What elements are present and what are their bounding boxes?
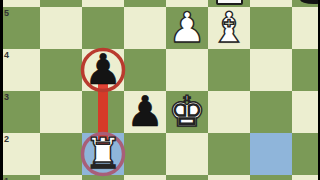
square-g1[interactable]: [250, 175, 292, 180]
square-b1[interactable]: [40, 175, 82, 180]
white-pawn-e5[interactable]: ♟: [166, 7, 208, 49]
rank-label-5: 5: [4, 8, 9, 18]
square-g3[interactable]: [250, 91, 292, 133]
square-b2[interactable]: [40, 133, 82, 175]
white-rook-c2[interactable]: ♜: [82, 133, 124, 175]
square-h4[interactable]: [292, 49, 320, 91]
square-d1[interactable]: [124, 175, 166, 180]
square-g6[interactable]: [250, 0, 292, 7]
square-h1[interactable]: [292, 175, 320, 180]
square-g2[interactable]: [250, 133, 292, 175]
square-c6[interactable]: [82, 0, 124, 7]
square-c5[interactable]: [82, 7, 124, 49]
square-b5[interactable]: [40, 7, 82, 49]
letterbox-left-bar: [0, 0, 3, 180]
black-pawn-c4[interactable]: ♟: [82, 49, 124, 91]
rank-label-1: 1: [4, 176, 9, 180]
square-b3[interactable]: [40, 91, 82, 133]
square-f2[interactable]: [208, 133, 250, 175]
black-pawn-d3[interactable]: ♟: [124, 91, 166, 133]
square-f1[interactable]: [208, 175, 250, 180]
square-d2[interactable]: [124, 133, 166, 175]
chess-board-viewport: 54321 ♟♝♟♟♚♜: [0, 0, 320, 180]
square-h2[interactable]: [292, 133, 320, 175]
square-b6[interactable]: [40, 0, 82, 7]
square-h5[interactable]: [292, 7, 320, 49]
square-a6[interactable]: [0, 0, 40, 7]
rank-label-4: 4: [4, 50, 9, 60]
white-bishop-f5[interactable]: ♝: [208, 7, 250, 49]
square-e2[interactable]: [166, 133, 208, 175]
square-c3[interactable]: [82, 91, 124, 133]
rank-label-2: 2: [4, 134, 9, 144]
square-d4[interactable]: [124, 49, 166, 91]
square-e1[interactable]: [166, 175, 208, 180]
square-g5[interactable]: [250, 7, 292, 49]
square-g4[interactable]: [250, 49, 292, 91]
square-d6[interactable]: [124, 0, 166, 7]
white-king-e3[interactable]: ♚: [166, 91, 208, 133]
square-e4[interactable]: [166, 49, 208, 91]
square-b4[interactable]: [40, 49, 82, 91]
square-h3[interactable]: [292, 91, 320, 133]
square-f3[interactable]: [208, 91, 250, 133]
square-f4[interactable]: [208, 49, 250, 91]
rank-label-3: 3: [4, 92, 9, 102]
square-d5[interactable]: [124, 7, 166, 49]
